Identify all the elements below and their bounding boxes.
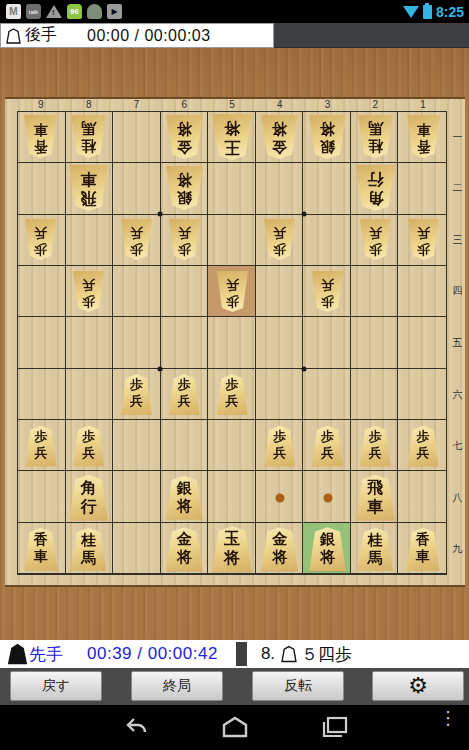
square-3-3[interactable] <box>303 215 351 266</box>
square-5-3[interactable] <box>208 215 256 266</box>
piece-kanji: 香 <box>34 138 48 155</box>
piece-kanji: 兵 <box>130 225 143 241</box>
sente-name-label: 先手 <box>29 643 63 666</box>
square-1-4[interactable] <box>398 266 446 317</box>
rank-label-9: 九 <box>450 523 465 575</box>
gote-name-label: 後手 <box>25 25 57 46</box>
square-5-8[interactable] <box>208 471 256 522</box>
piece-kanji: 兵 <box>273 445 286 461</box>
piece-kanji: 兵 <box>273 225 286 241</box>
home-icon[interactable] <box>222 716 248 738</box>
piece-kanji: 将 <box>224 119 240 138</box>
talk-icon: talk <box>26 4 41 19</box>
square-6-7[interactable] <box>161 420 209 471</box>
square-7-1[interactable] <box>113 112 161 163</box>
end-game-button[interactable]: 終局 <box>131 671 223 701</box>
square-4-8[interactable] <box>256 471 304 522</box>
piece-kanji: 車 <box>34 548 48 565</box>
piece-kanji: 車 <box>416 548 430 565</box>
square-4-6[interactable] <box>256 369 304 420</box>
square-7-7[interactable] <box>113 420 161 471</box>
piece-kanji: 銀 <box>177 189 192 207</box>
file-label-4: 4 <box>256 99 304 111</box>
piece-kanji: 歩 <box>178 241 191 257</box>
gote-clock: 00:00 / 00:00:03 <box>87 27 211 45</box>
piece-kanji: 兵 <box>369 445 382 461</box>
square-5-5[interactable] <box>208 317 256 368</box>
piece-kanji: 歩 <box>34 429 47 445</box>
file-label-2: 2 <box>351 99 399 111</box>
rank-label-7: 七 <box>450 420 465 472</box>
piece-kanji: 香 <box>416 531 430 548</box>
file-label-7: 7 <box>113 99 161 111</box>
piece-kanji: 馬 <box>81 119 96 137</box>
square-4-5[interactable] <box>256 317 304 368</box>
square-3-2[interactable] <box>303 163 351 214</box>
square-5-2[interactable] <box>208 163 256 214</box>
piece-kanji: 車 <box>34 121 48 138</box>
piece-kanji: 兵 <box>82 277 95 293</box>
piece-kanji: 飛 <box>367 478 383 497</box>
piece-kanji: 歩 <box>130 241 143 257</box>
piece-kanji: 角 <box>81 478 97 497</box>
piece-kanji: 将 <box>177 497 192 515</box>
square-3-6[interactable] <box>303 369 351 420</box>
piece-kanji: 歩 <box>417 429 430 445</box>
piece-kanji: 金 <box>177 138 192 156</box>
piece-kanji: 飛 <box>81 189 97 208</box>
square-8-6[interactable] <box>66 369 114 420</box>
recents-icon[interactable] <box>322 716 348 738</box>
rank-label-5: 五 <box>450 317 465 369</box>
piece-kanji: 車 <box>81 170 97 189</box>
piece-kanji: 兵 <box>226 393 239 409</box>
file-labels: 987654321 <box>17 99 447 111</box>
piece-kanji: 玉 <box>224 529 240 548</box>
square-2-4[interactable] <box>351 266 399 317</box>
gear-icon: ⚙ <box>408 675 428 697</box>
file-label-1: 1 <box>399 99 447 111</box>
piece-kanji: 王 <box>224 138 240 157</box>
piece-kanji: 兵 <box>178 393 191 409</box>
sente-clock: 00:39 / 00:00:42 <box>87 644 218 664</box>
piece-kanji: 金 <box>177 530 192 548</box>
square-7-5[interactable] <box>113 317 161 368</box>
square-1-8[interactable] <box>398 471 446 522</box>
battery-icon <box>423 5 432 19</box>
piece-kanji: 銀 <box>320 530 335 548</box>
piece-kanji: 兵 <box>321 277 334 293</box>
back-icon[interactable] <box>124 716 150 738</box>
shogi-board: 987654321 一二三四五六七八九 香車桂馬金将王将金将銀将桂馬香車飛車銀将… <box>5 97 465 587</box>
board-background: 987654321 一二三四五六七八九 香車桂馬金将王将金将銀将桂馬香車飛車銀将… <box>0 48 469 640</box>
square-6-5[interactable] <box>161 317 209 368</box>
piece-kanji: 銀 <box>320 138 335 156</box>
square-6-4[interactable] <box>161 266 209 317</box>
piece-kanji: 歩 <box>273 241 286 257</box>
piece-kanji: 将 <box>320 120 335 138</box>
piece-kanji: 金 <box>272 138 287 156</box>
clock-text: 8:25 <box>436 4 464 20</box>
square-4-4[interactable] <box>256 266 304 317</box>
gmail-icon: M <box>6 4 21 19</box>
square-1-2[interactable] <box>398 163 446 214</box>
rank-label-4: 四 <box>450 266 465 318</box>
piece-kanji: 歩 <box>369 429 382 445</box>
piece-kanji: 兵 <box>178 225 191 241</box>
square-9-5[interactable] <box>18 317 66 368</box>
sente-player-bar: 先手 00:39 / 00:00:42 8. ５四歩 <box>0 640 469 668</box>
piece-kanji: 歩 <box>417 241 430 257</box>
gote-piece-icon <box>6 28 21 44</box>
square-3-5[interactable] <box>303 317 351 368</box>
menu-overflow-icon[interactable]: ⋮ <box>439 714 457 722</box>
piece-kanji: 将 <box>177 171 192 189</box>
button-row: 戻す 終局 反転 ⚙ <box>0 668 469 705</box>
square-8-5[interactable] <box>66 317 114 368</box>
piece-kanji: 歩 <box>321 293 334 309</box>
move-number: 8. <box>261 644 275 664</box>
piece-kanji: 兵 <box>82 445 95 461</box>
square-5-7[interactable] <box>208 420 256 471</box>
piece-kanji: 兵 <box>417 445 430 461</box>
move-gote-piece-icon <box>281 645 297 663</box>
square-7-8[interactable] <box>113 471 161 522</box>
file-label-8: 8 <box>65 99 113 111</box>
file-label-6: 6 <box>160 99 208 111</box>
piece-kanji: 歩 <box>82 429 95 445</box>
piece-kanji: 香 <box>416 138 430 155</box>
sente-piece-icon <box>8 643 27 665</box>
play-store-icon: ▶ <box>107 4 122 19</box>
square-2-6[interactable] <box>351 369 399 420</box>
square-9-8[interactable] <box>18 471 66 522</box>
piece-kanji: 桂 <box>81 137 96 155</box>
piece-kanji: 兵 <box>34 445 47 461</box>
gote-player-bar: 後手 00:00 / 00:00:03 <box>0 23 469 48</box>
piece-kanji: 兵 <box>417 225 430 241</box>
piece-kanji: 将 <box>177 548 192 566</box>
square-8-3[interactable] <box>66 215 114 266</box>
piece-kanji: 将 <box>272 120 287 138</box>
piece-kanji: 兵 <box>369 225 382 241</box>
rank-label-3: 三 <box>450 214 465 266</box>
piece-kanji: 歩 <box>369 241 382 257</box>
last-move-text: ５四歩 <box>301 643 352 666</box>
file-label-3: 3 <box>304 99 352 111</box>
piece-kanji: 金 <box>272 530 287 548</box>
settings-button[interactable]: ⚙ <box>372 671 464 701</box>
android-96-icon: 96 <box>67 4 82 19</box>
square-9-4[interactable] <box>18 266 66 317</box>
piece-kanji: 兵 <box>130 393 143 409</box>
rank-label-6: 六 <box>450 369 465 421</box>
piece-kanji: 香 <box>34 531 48 548</box>
piece-kanji: 銀 <box>177 479 192 497</box>
piece-kanji: 歩 <box>226 293 239 309</box>
file-label-9: 9 <box>17 99 65 111</box>
piece-kanji: 車 <box>367 497 383 516</box>
notification-icon <box>87 4 102 19</box>
square-1-5[interactable] <box>398 317 446 368</box>
rank-label-1: 一 <box>450 111 465 163</box>
rank-labels: 一二三四五六七八九 <box>450 111 465 575</box>
square-7-4[interactable] <box>113 266 161 317</box>
piece-kanji: 角 <box>367 189 383 208</box>
square-7-9[interactable] <box>113 523 161 574</box>
flip-button[interactable]: 反転 <box>252 671 344 701</box>
square-2-5[interactable] <box>351 317 399 368</box>
piece-kanji: 行 <box>81 497 97 516</box>
piece-kanji: 車 <box>416 121 430 138</box>
piece-kanji: 桂 <box>368 531 383 549</box>
piece-kanji: 歩 <box>226 377 239 393</box>
warning-icon: ! <box>46 5 62 18</box>
square-9-2[interactable] <box>18 163 66 214</box>
warning-mark: ! <box>52 8 55 17</box>
move-separator <box>236 642 247 666</box>
piece-kanji: 将 <box>272 548 287 566</box>
gote-player-box: 後手 00:00 / 00:00:03 <box>0 23 274 48</box>
piece-kanji: 行 <box>367 170 383 189</box>
android-status-bar: M talk ! 96 ▶ 8:25 <box>0 0 469 23</box>
piece-kanji: 兵 <box>34 225 47 241</box>
shogi-app-screen: M talk ! 96 ▶ 8:25 後手 00:00 / 00:00:03 9… <box>0 0 469 750</box>
piece-kanji: 歩 <box>321 429 334 445</box>
piece-kanji: 将 <box>177 120 192 138</box>
undo-button[interactable]: 戻す <box>10 671 102 701</box>
wifi-icon <box>403 6 419 18</box>
piece-kanji: 歩 <box>273 429 286 445</box>
rank-label-2: 二 <box>450 163 465 215</box>
piece-kanji: 歩 <box>82 293 95 309</box>
piece-kanji: 桂 <box>81 531 96 549</box>
piece-kanji: 馬 <box>368 119 383 137</box>
piece-kanji: 兵 <box>226 277 239 293</box>
square-7-2[interactable] <box>113 163 161 214</box>
file-label-5: 5 <box>208 99 256 111</box>
piece-kanji: 馬 <box>81 549 96 567</box>
square-4-2[interactable] <box>256 163 304 214</box>
piece-kanji: 兵 <box>321 445 334 461</box>
piece-kanji: 歩 <box>34 241 47 257</box>
piece-kanji: 桂 <box>368 137 383 155</box>
square-3-8[interactable] <box>303 471 351 522</box>
square-9-6[interactable] <box>18 369 66 420</box>
square-1-6[interactable] <box>398 369 446 420</box>
android-nav-bar: ⋮ <box>0 705 469 750</box>
piece-kanji: 将 <box>320 548 335 566</box>
piece-kanji: 将 <box>224 548 240 567</box>
rank-label-8: 八 <box>450 472 465 524</box>
piece-kanji: 馬 <box>368 549 383 567</box>
piece-kanji: 歩 <box>178 377 191 393</box>
piece-kanji: 歩 <box>130 377 143 393</box>
